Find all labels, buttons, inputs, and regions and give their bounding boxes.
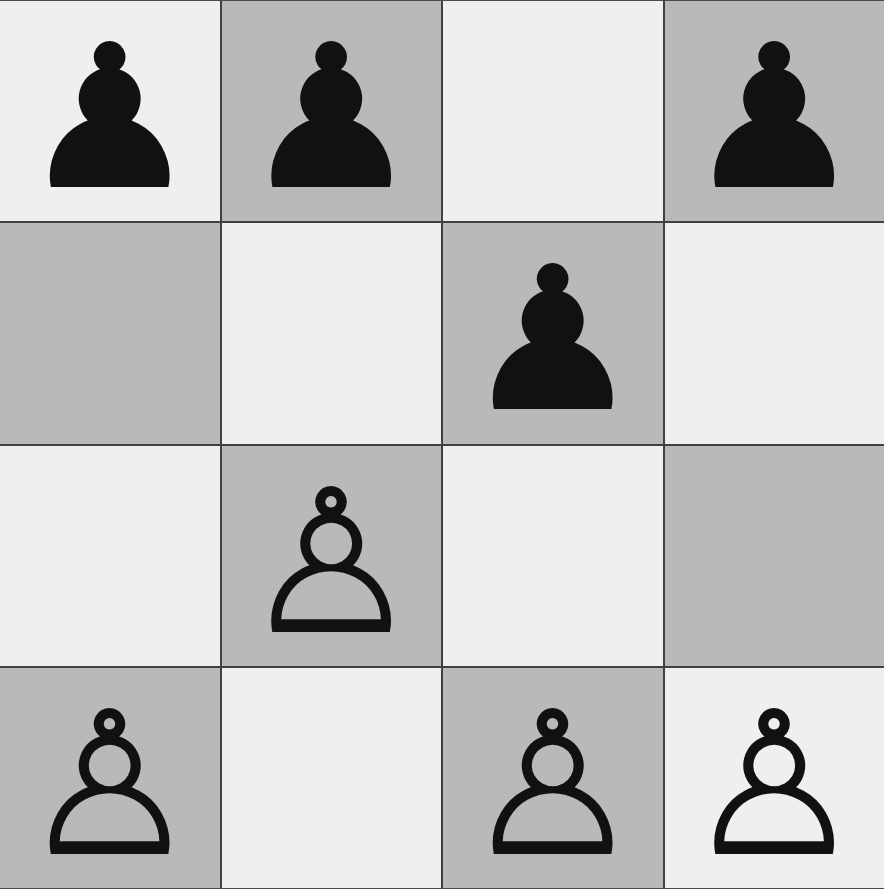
white-pawn: ♙ xyxy=(242,449,421,663)
chess-board: ♟♟♟♟♙♙♙♙ xyxy=(0,0,884,889)
square-r2c1[interactable]: ♙ xyxy=(222,446,442,666)
square-r3c1[interactable] xyxy=(222,668,442,888)
square-r1c0[interactable] xyxy=(0,223,220,443)
square-r1c3[interactable] xyxy=(665,223,884,443)
black-pawn: ♟ xyxy=(685,4,864,218)
square-r2c2[interactable] xyxy=(443,446,663,666)
square-r3c3[interactable]: ♙ xyxy=(665,668,884,888)
square-r0c0[interactable]: ♟ xyxy=(0,1,220,221)
black-pawn: ♟ xyxy=(463,226,642,440)
black-pawn: ♟ xyxy=(20,4,199,218)
square-r3c2[interactable]: ♙ xyxy=(443,668,663,888)
square-r2c3[interactable] xyxy=(665,446,884,666)
black-pawn: ♟ xyxy=(242,4,421,218)
square-r0c2[interactable] xyxy=(443,1,663,221)
square-r0c3[interactable]: ♟ xyxy=(665,1,884,221)
square-r0c1[interactable]: ♟ xyxy=(222,1,442,221)
white-pawn: ♙ xyxy=(20,671,199,885)
square-r1c2[interactable]: ♟ xyxy=(443,223,663,443)
square-r2c0[interactable] xyxy=(0,446,220,666)
square-r1c1[interactable] xyxy=(222,223,442,443)
white-pawn: ♙ xyxy=(685,671,864,885)
square-r3c0[interactable]: ♙ xyxy=(0,668,220,888)
white-pawn: ♙ xyxy=(463,671,642,885)
